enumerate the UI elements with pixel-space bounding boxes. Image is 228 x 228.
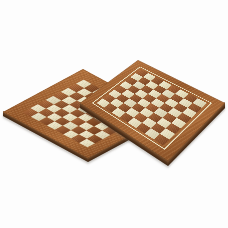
product-photo[interactable]: [0, 0, 228, 228]
